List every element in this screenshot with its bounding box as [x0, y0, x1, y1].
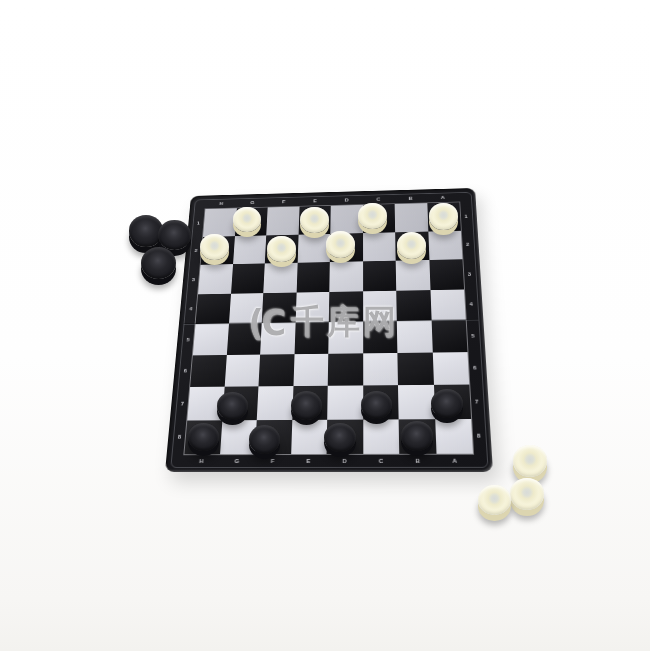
piece-white-A1[interactable] [429, 203, 458, 229]
coord-bottom-E: E [306, 458, 310, 464]
piece-white-E1[interactable] [300, 207, 328, 233]
coord-top-G: G [250, 200, 254, 205]
piece-black-B8[interactable] [401, 421, 433, 450]
coord-top-E: E [313, 199, 317, 204]
square-F6[interactable] [258, 354, 294, 387]
square-E6[interactable] [293, 353, 328, 386]
coord-bottom-B: B [415, 458, 420, 464]
coord-bottom-D: D [342, 458, 346, 464]
square-C3[interactable] [363, 261, 397, 291]
coord-bottom-F: F [271, 458, 275, 464]
coord-top-H: H [219, 201, 223, 206]
tray-white-piece-2[interactable] [478, 485, 511, 515]
coord-top-B: B [409, 196, 413, 201]
coord-left-8: 8 [178, 434, 182, 440]
square-E2[interactable] [297, 233, 330, 262]
coord-right-2: 2 [466, 242, 469, 247]
coord-left-7: 7 [181, 401, 185, 407]
coord-top-A: A [441, 195, 445, 200]
coord-right-1: 1 [464, 214, 467, 219]
square-B5[interactable] [397, 320, 432, 352]
piece-black-D8[interactable] [324, 423, 356, 452]
piece-white-H2[interactable] [200, 234, 228, 260]
tray-white-piece-1[interactable] [513, 445, 547, 476]
square-D7[interactable] [327, 385, 363, 419]
square-H6[interactable] [190, 355, 226, 387]
square-F7[interactable] [257, 386, 293, 420]
square-B6[interactable] [397, 352, 433, 385]
square-G2[interactable] [233, 235, 267, 264]
coord-top-D: D [345, 198, 349, 203]
watermark-text: 千库网 [291, 300, 399, 345]
piece-black-E7[interactable] [291, 391, 322, 420]
square-A4[interactable] [430, 289, 466, 320]
coord-right-7: 7 [475, 398, 479, 404]
square-F3[interactable] [263, 263, 297, 293]
watermark: (C 千库网 [247, 300, 399, 345]
coord-right-3: 3 [468, 271, 471, 276]
coord-left-2: 2 [194, 248, 197, 253]
square-H3[interactable] [198, 264, 232, 294]
tray-white-piece-3[interactable] [510, 478, 544, 509]
square-E3[interactable] [296, 262, 330, 292]
square-C8[interactable] [363, 419, 399, 454]
piece-white-D2[interactable] [326, 231, 355, 257]
coord-top-F: F [282, 199, 285, 204]
coord-left-6: 6 [184, 368, 188, 373]
coord-right-8: 8 [477, 433, 481, 439]
square-F1[interactable] [266, 207, 299, 235]
coord-bottom-A: A [452, 458, 457, 464]
coord-bottom-G: G [234, 458, 239, 464]
piece-black-H8[interactable] [188, 423, 219, 452]
square-B7[interactable] [398, 385, 435, 419]
piece-white-F2[interactable] [267, 236, 296, 262]
square-D3[interactable] [329, 261, 362, 291]
photo-canvas: HGFEDCBAHGFEDCBA1234567812345678 (C 千库网 [0, 0, 650, 651]
square-A6[interactable] [432, 352, 469, 385]
square-B3[interactable] [396, 260, 430, 290]
square-E8[interactable] [291, 419, 328, 454]
square-A2[interactable] [428, 230, 463, 260]
coord-left-1: 1 [197, 221, 200, 226]
coord-right-4: 4 [469, 302, 473, 307]
square-B4[interactable] [396, 290, 431, 321]
square-A8[interactable] [435, 419, 473, 454]
square-D6[interactable] [328, 353, 363, 386]
tray-black-piece-3[interactable] [141, 247, 176, 279]
coord-bottom-C: C [379, 458, 384, 464]
square-C6[interactable] [363, 353, 398, 386]
coord-right-6: 6 [473, 365, 477, 371]
piece-black-A7[interactable] [431, 389, 463, 418]
coord-right-5: 5 [471, 333, 475, 338]
square-H4[interactable] [196, 293, 231, 324]
square-B1[interactable] [395, 203, 428, 232]
square-H5[interactable] [193, 323, 229, 354]
square-G6[interactable] [224, 354, 260, 387]
coord-left-4: 4 [189, 306, 193, 311]
watermark-logo-icon: (C [249, 302, 285, 343]
coord-bottom-H: H [199, 458, 204, 464]
coord-left-5: 5 [186, 337, 190, 342]
coord-top-C: C [377, 197, 381, 202]
square-G3[interactable] [231, 263, 265, 293]
square-C2[interactable] [363, 232, 396, 261]
square-H1[interactable] [203, 208, 236, 236]
piece-black-G7[interactable] [217, 392, 248, 420]
coord-left-3: 3 [192, 277, 195, 282]
square-A3[interactable] [429, 259, 464, 289]
tray-black-piece-2[interactable] [158, 220, 191, 250]
square-A5[interactable] [431, 320, 467, 352]
